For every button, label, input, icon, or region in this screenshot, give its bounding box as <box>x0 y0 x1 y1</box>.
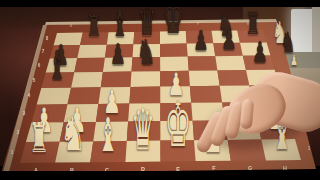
piece-white-pawn-f1-held: ♟ <box>203 122 223 157</box>
piece-black-knight-d6: ♞ <box>136 34 155 69</box>
piece-black-pawn-f7: ♟ <box>194 26 209 54</box>
piece-white-queen-d1: ♛ <box>131 101 155 158</box>
piece-black-pawn-c6: ♟ <box>110 40 126 69</box>
letterbox-top <box>0 0 320 7</box>
piece-black-bishop-a5: ♝ <box>48 45 66 85</box>
piece-white-bishop-h1: ♝ <box>272 110 293 156</box>
rank-label-right-1: 1 <box>305 147 312 153</box>
rank-label-left-5: 5 <box>30 78 37 84</box>
rank-label-left-7: 7 <box>39 49 46 55</box>
piece-white-rook-a1: ♜ <box>28 118 48 159</box>
door-frame-strip <box>312 7 320 103</box>
piece-white-bishop-c1: ♝ <box>98 112 119 158</box>
piece-black-pawn-h6: ♟ <box>252 39 268 68</box>
piece-black-rook-b8: ♜ <box>86 12 101 43</box>
rank-label-left-2: 2 <box>14 130 21 136</box>
rank-label-left-6: 6 <box>35 63 42 69</box>
file-label-top-a: A <box>69 24 75 28</box>
piece-white-king-e1: ♚ <box>164 95 191 158</box>
video-frame: ABCDEFGHABCDEFGH12345678123 ♜♝♛♚♞♜♟♟♟♟♞♟… <box>0 0 320 180</box>
piece-black-pawn-g7: ♟ <box>221 26 236 54</box>
rank-label-left-4: 4 <box>26 94 33 100</box>
letterbox-bottom <box>0 171 320 180</box>
rank-label-left-3: 3 <box>20 111 27 117</box>
rank-label-left-1: 1 <box>8 150 15 156</box>
photo-scene: ABCDEFGHABCDEFGH12345678123 ♜♝♛♚♞♜♟♟♟♟♞♟… <box>0 0 320 180</box>
offboard-white-pawn: ♟ <box>290 53 298 67</box>
piece-white-knight-b1: ♞ <box>60 112 86 159</box>
file-label-h: H <box>281 164 290 170</box>
